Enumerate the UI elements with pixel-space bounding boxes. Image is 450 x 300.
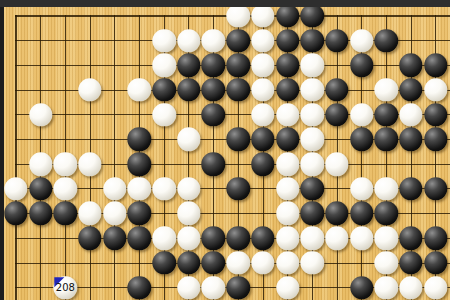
board-intersection[interactable] [275, 4, 300, 29]
stone-black [325, 202, 348, 225]
board-intersection[interactable] [423, 127, 448, 152]
board-intersection[interactable] [226, 127, 251, 152]
stone-white [301, 152, 324, 175]
stone-white [152, 177, 175, 200]
stone-black [424, 54, 447, 77]
board-intersection[interactable] [275, 226, 300, 251]
last-move-number: 208 [56, 283, 75, 293]
board-intersection[interactable] [127, 226, 152, 251]
board-intersection[interactable] [53, 152, 78, 177]
board-intersection[interactable] [102, 226, 127, 251]
stone-white [325, 226, 348, 249]
board-intersection[interactable] [251, 251, 276, 276]
board-intersection[interactable] [349, 127, 374, 152]
board-intersection[interactable] [201, 226, 226, 251]
stone-white [325, 152, 348, 175]
board-intersection[interactable] [127, 275, 152, 300]
board-intersection[interactable] [399, 127, 424, 152]
stone-white [128, 78, 151, 101]
stone-white [350, 177, 373, 200]
stone-black [276, 128, 299, 151]
stone-black [128, 202, 151, 225]
board-intersection[interactable] [423, 78, 448, 103]
board-intersection[interactable] [127, 201, 152, 226]
stone-black [375, 103, 398, 126]
stone-black [375, 202, 398, 225]
board-intersection[interactable] [423, 251, 448, 276]
stone-black [350, 128, 373, 151]
board-intersection[interactable] [423, 275, 448, 300]
stone-white [177, 128, 200, 151]
board-intersection[interactable] [399, 226, 424, 251]
stone-white [78, 78, 101, 101]
board-intersection[interactable] [349, 275, 374, 300]
board-intersection[interactable] [275, 78, 300, 103]
board-intersection[interactable] [374, 176, 399, 201]
board-intersection[interactable] [300, 127, 325, 152]
board-intersection[interactable] [374, 127, 399, 152]
board-intersection[interactable] [28, 102, 53, 127]
board-intersection[interactable] [78, 201, 103, 226]
board-intersection[interactable] [176, 226, 201, 251]
board-intersection[interactable] [176, 176, 201, 201]
board-intersection[interactable] [300, 201, 325, 226]
stone-black [226, 128, 249, 151]
stone-black [424, 103, 447, 126]
board-intersection[interactable] [399, 251, 424, 276]
board-intersection[interactable] [325, 226, 350, 251]
stone-white [399, 103, 422, 126]
stone-white [276, 202, 299, 225]
board-intersection[interactable] [127, 176, 152, 201]
stone-white [202, 29, 225, 52]
window-edge-left [0, 7, 4, 300]
stone-black [226, 177, 249, 200]
board-intersection[interactable] [300, 176, 325, 201]
board-intersection[interactable] [300, 78, 325, 103]
stone-black [177, 251, 200, 274]
stone-black [325, 29, 348, 52]
stone-white [276, 103, 299, 126]
stone-white [54, 177, 77, 200]
stone-white [202, 276, 225, 299]
board-intersection[interactable] [423, 53, 448, 78]
board-intersection[interactable] [226, 226, 251, 251]
board-intersection[interactable] [201, 152, 226, 177]
stone-black [276, 4, 299, 27]
board-intersection[interactable] [226, 176, 251, 201]
board-intersection[interactable] [275, 102, 300, 127]
stone-black [424, 177, 447, 200]
stone-white [301, 78, 324, 101]
stone-white [152, 226, 175, 249]
board-intersection[interactable] [349, 28, 374, 53]
stone-black [202, 103, 225, 126]
stone-white [301, 128, 324, 151]
stone-black [29, 202, 52, 225]
board-intersection[interactable] [251, 53, 276, 78]
board-intersection[interactable] [423, 102, 448, 127]
stone-black [424, 251, 447, 274]
board-intersection[interactable] [374, 275, 399, 300]
stones-layer: 208 [4, 4, 449, 300]
stone-black [128, 152, 151, 175]
stone-black [226, 226, 249, 249]
board-intersection[interactable] [201, 78, 226, 103]
board-intersection[interactable] [325, 102, 350, 127]
board-intersection[interactable] [176, 78, 201, 103]
stone-black [325, 78, 348, 101]
board-intersection[interactable] [325, 28, 350, 53]
stone-white [226, 4, 249, 27]
stone-black [301, 202, 324, 225]
board-intersection[interactable] [176, 127, 201, 152]
stone-white [375, 177, 398, 200]
board-intersection[interactable] [325, 201, 350, 226]
stone-black [128, 128, 151, 151]
stone-black [375, 128, 398, 151]
board-intersection[interactable] [251, 78, 276, 103]
stone-white [301, 251, 324, 274]
board-intersection[interactable] [152, 78, 177, 103]
board-intersection[interactable] [300, 152, 325, 177]
stone-white [301, 103, 324, 126]
board-intersection[interactable] [399, 176, 424, 201]
stone-white [29, 103, 52, 126]
board-intersection[interactable] [102, 176, 127, 201]
stone-white [251, 251, 274, 274]
stone-white [177, 177, 200, 200]
board-intersection[interactable] [176, 275, 201, 300]
stone-white [103, 202, 126, 225]
board-intersection[interactable] [127, 152, 152, 177]
stone-black [103, 226, 126, 249]
board-intersection[interactable] [349, 53, 374, 78]
stone-white [4, 177, 27, 200]
stone-white [54, 152, 77, 175]
board-intersection[interactable] [152, 176, 177, 201]
stone-black [350, 276, 373, 299]
board-intersection[interactable] [78, 152, 103, 177]
stone-black [276, 29, 299, 52]
stone-black [226, 276, 249, 299]
stone-black [202, 78, 225, 101]
stone-white [350, 29, 373, 52]
stone-black [202, 251, 225, 274]
stone-white [152, 54, 175, 77]
stone-white [276, 251, 299, 274]
board-intersection[interactable] [374, 102, 399, 127]
stone-white [128, 177, 151, 200]
stone-black [424, 226, 447, 249]
board-intersection[interactable]: 208 [53, 275, 78, 300]
board-intersection[interactable] [300, 251, 325, 276]
stone-black [301, 29, 324, 52]
stone-white [177, 29, 200, 52]
board-intersection[interactable] [226, 275, 251, 300]
board-intersection[interactable] [374, 226, 399, 251]
stone-white [29, 152, 52, 175]
stone-black [226, 54, 249, 77]
board-intersection[interactable] [251, 28, 276, 53]
stone-white [276, 177, 299, 200]
stone-black [276, 78, 299, 101]
stone-black [251, 152, 274, 175]
stone-black [29, 177, 52, 200]
stone-white [375, 226, 398, 249]
board-intersection[interactable] [53, 176, 78, 201]
stone-white [375, 276, 398, 299]
stone-white [177, 202, 200, 225]
board-intersection[interactable] [349, 176, 374, 201]
board-intersection[interactable] [251, 226, 276, 251]
stone-black [399, 226, 422, 249]
stone-black [350, 54, 373, 77]
stone-black [325, 103, 348, 126]
stone-black [128, 226, 151, 249]
stone-white [78, 152, 101, 175]
stone-white [103, 177, 126, 200]
stone-black [399, 78, 422, 101]
board-intersection[interactable] [300, 53, 325, 78]
board-intersection[interactable] [152, 53, 177, 78]
stone-white [251, 103, 274, 126]
stone-white [424, 276, 447, 299]
stone-black [78, 226, 101, 249]
board-intersection[interactable] [201, 102, 226, 127]
board-intersection[interactable] [226, 53, 251, 78]
stone-black [301, 4, 324, 27]
board-intersection[interactable] [275, 176, 300, 201]
stone-white [152, 103, 175, 126]
stone-white [301, 54, 324, 77]
stone-white [276, 276, 299, 299]
board-intersection[interactable] [102, 201, 127, 226]
stone-black [251, 128, 274, 151]
board-intersection[interactable] [4, 176, 29, 201]
board-intersection[interactable] [325, 78, 350, 103]
board-intersection[interactable] [28, 201, 53, 226]
stone-white [251, 4, 274, 27]
stone-white [276, 226, 299, 249]
stone-black [399, 54, 422, 77]
stone-black [177, 78, 200, 101]
stone-black [301, 177, 324, 200]
board-intersection[interactable] [300, 4, 325, 29]
stone-black [177, 54, 200, 77]
stone-white [251, 54, 274, 77]
board-intersection[interactable] [152, 251, 177, 276]
board-intersection[interactable] [275, 127, 300, 152]
stone-white [152, 29, 175, 52]
stone-black [399, 177, 422, 200]
stone-white [276, 152, 299, 175]
board-intersection[interactable] [275, 201, 300, 226]
board-intersection[interactable] [300, 102, 325, 127]
board-intersection[interactable] [201, 251, 226, 276]
board-intersection[interactable] [275, 28, 300, 53]
stone-white [350, 103, 373, 126]
board-intersection[interactable] [349, 201, 374, 226]
board-intersection[interactable] [4, 201, 29, 226]
stone-black [276, 54, 299, 77]
board-intersection[interactable] [275, 53, 300, 78]
board-intersection[interactable] [28, 176, 53, 201]
board-intersection[interactable] [176, 201, 201, 226]
board-intersection[interactable] [176, 53, 201, 78]
stone-white [424, 78, 447, 101]
board-intersection[interactable] [226, 4, 251, 29]
board-intersection[interactable] [226, 78, 251, 103]
window-edge-top [0, 0, 450, 7]
board-intersection[interactable] [300, 226, 325, 251]
stone-black [251, 226, 274, 249]
stone-black [350, 202, 373, 225]
stone-white [177, 226, 200, 249]
stone-white [251, 29, 274, 52]
board-intersection[interactable] [201, 275, 226, 300]
stone-white [375, 78, 398, 101]
board-intersection[interactable] [300, 28, 325, 53]
board-intersection[interactable] [226, 251, 251, 276]
board-intersection[interactable] [152, 28, 177, 53]
stone-black [226, 29, 249, 52]
stone-black [152, 78, 175, 101]
board-intersection[interactable] [374, 78, 399, 103]
board-intersection[interactable] [127, 127, 152, 152]
board-intersection[interactable] [325, 152, 350, 177]
board-intersection[interactable] [399, 53, 424, 78]
stone-black [54, 202, 77, 225]
stone-black [202, 152, 225, 175]
board-intersection[interactable] [349, 226, 374, 251]
board-intersection[interactable] [78, 226, 103, 251]
stone-black [399, 128, 422, 151]
board-intersection[interactable] [152, 102, 177, 127]
board-intersection[interactable] [275, 275, 300, 300]
board-intersection[interactable] [53, 201, 78, 226]
go-game-window: 208 [0, 0, 450, 300]
board-intersection[interactable] [78, 78, 103, 103]
board-intersection[interactable] [176, 28, 201, 53]
stone-black [152, 251, 175, 274]
stone-black [424, 128, 447, 151]
board-intersection[interactable] [251, 152, 276, 177]
board-intersection[interactable] [251, 127, 276, 152]
stone-black [202, 54, 225, 77]
stone-white [301, 226, 324, 249]
board-intersection[interactable] [423, 176, 448, 201]
stone-black [128, 276, 151, 299]
stone-white [350, 226, 373, 249]
stone-black [375, 29, 398, 52]
board-intersection[interactable] [374, 251, 399, 276]
stone-white [78, 202, 101, 225]
board-intersection[interactable] [226, 28, 251, 53]
stone-white [251, 78, 274, 101]
stone-white: 208 [54, 276, 77, 299]
stone-white [399, 276, 422, 299]
board-intersection[interactable] [28, 152, 53, 177]
board-intersection[interactable] [399, 275, 424, 300]
board-intersection[interactable] [176, 251, 201, 276]
board-intersection[interactable] [201, 53, 226, 78]
board-intersection[interactable] [251, 4, 276, 29]
stone-white [375, 251, 398, 274]
board-intersection[interactable] [374, 28, 399, 53]
stone-black [202, 226, 225, 249]
board-intersection[interactable] [275, 251, 300, 276]
board-intersection[interactable] [399, 102, 424, 127]
stone-white [226, 251, 249, 274]
board-intersection[interactable] [349, 102, 374, 127]
board-intersection[interactable] [201, 28, 226, 53]
stone-black [399, 251, 422, 274]
board-intersection[interactable] [251, 102, 276, 127]
board-intersection[interactable] [374, 201, 399, 226]
stone-black [226, 78, 249, 101]
stone-black [4, 202, 27, 225]
stone-white [177, 276, 200, 299]
board-intersection[interactable] [423, 226, 448, 251]
board-intersection[interactable] [399, 78, 424, 103]
board-intersection[interactable] [152, 226, 177, 251]
board-intersection[interactable] [127, 78, 152, 103]
board-intersection[interactable] [275, 152, 300, 177]
